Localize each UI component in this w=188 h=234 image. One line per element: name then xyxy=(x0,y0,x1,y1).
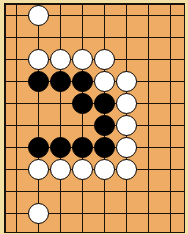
white-stone xyxy=(72,49,93,70)
white-stone xyxy=(28,49,49,70)
white-stone xyxy=(50,159,71,180)
white-stone xyxy=(116,159,137,180)
white-stone xyxy=(116,71,137,92)
go-diagram xyxy=(0,0,188,234)
white-stone xyxy=(116,137,137,158)
black-stone xyxy=(72,71,93,92)
black-stone xyxy=(94,115,115,136)
white-stone xyxy=(72,159,93,180)
white-stone xyxy=(28,159,49,180)
black-stone xyxy=(50,137,71,158)
white-stone xyxy=(116,115,137,136)
white-stone xyxy=(28,5,49,26)
black-stone xyxy=(28,71,49,92)
white-stone xyxy=(94,159,115,180)
black-stone xyxy=(28,137,49,158)
black-stone xyxy=(94,137,115,158)
white-stone xyxy=(94,71,115,92)
go-board[interactable] xyxy=(4,3,185,233)
black-stone xyxy=(50,71,71,92)
white-stone xyxy=(94,49,115,70)
black-stone xyxy=(94,93,115,114)
white-stone xyxy=(116,93,137,114)
white-stone xyxy=(50,49,71,70)
white-stone xyxy=(28,203,49,224)
black-stone xyxy=(72,93,93,114)
black-stone xyxy=(72,137,93,158)
